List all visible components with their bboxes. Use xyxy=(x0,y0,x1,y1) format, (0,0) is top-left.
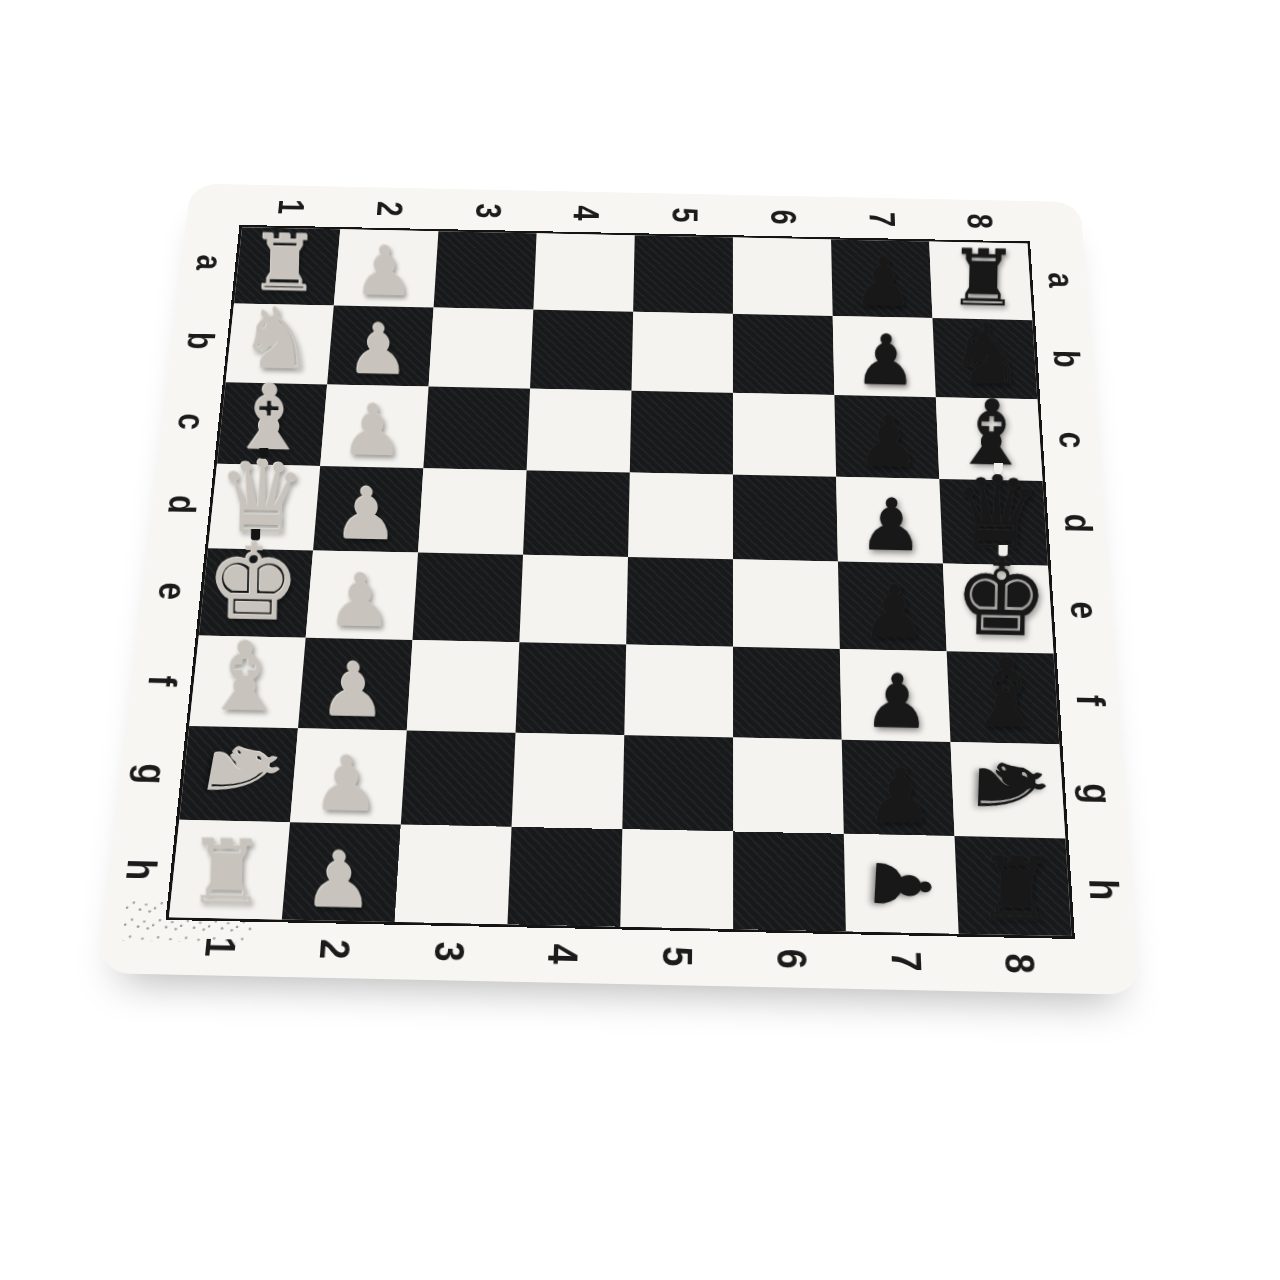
square-d5[interactable] xyxy=(628,472,733,559)
white-bishop-f1[interactable]: ♝ xyxy=(189,629,300,727)
square-g2[interactable]: ♟ xyxy=(290,728,407,824)
square-d6[interactable] xyxy=(733,475,838,562)
rank-label-3: 3 xyxy=(463,173,512,249)
square-h1[interactable]: ♜ xyxy=(169,820,290,920)
square-d4[interactable] xyxy=(523,470,630,557)
square-f4[interactable] xyxy=(516,642,627,735)
black-king-e8[interactable]: ♚ xyxy=(947,544,1056,652)
photo-scene: 12345678 12345678 abcdefgh abcdefgh ♜♟♟♜… xyxy=(0,0,1280,1280)
square-e4[interactable] xyxy=(519,555,628,645)
rank-label-7: 7 xyxy=(858,181,905,257)
board-grid: ♜♟♟♜♞♟♟♞♝♟♟♝♛♟♟♛♚♟♟♚♝♟♟♝♞♟♟♞♜♟♟♜ xyxy=(165,225,1074,939)
finial-tip xyxy=(250,525,259,540)
black-pawn-d7[interactable]: ♟ xyxy=(838,488,944,562)
square-e5[interactable] xyxy=(626,557,733,647)
black-rook-h8[interactable]: ♜ xyxy=(959,844,1074,934)
black-pawn-f7[interactable]: ♟ xyxy=(842,663,952,740)
black-pawn-e7[interactable]: ♟ xyxy=(840,574,948,649)
square-c3[interactable] xyxy=(423,387,530,471)
white-pawn-c2[interactable]: ♟ xyxy=(320,394,425,467)
square-g7[interactable]: ♟ xyxy=(842,740,955,836)
square-h7[interactable]: ♟ xyxy=(844,834,959,934)
black-pawn-c7[interactable]: ♟ xyxy=(836,404,941,477)
square-d3[interactable] xyxy=(418,468,527,555)
square-h6[interactable] xyxy=(733,831,846,931)
square-h2[interactable]: ♟ xyxy=(282,822,401,922)
square-d7[interactable]: ♟ xyxy=(836,477,943,564)
square-e2[interactable]: ♟ xyxy=(306,550,418,640)
white-pawn-d2[interactable]: ♟ xyxy=(313,477,419,551)
square-g4[interactable] xyxy=(512,733,625,829)
square-f3[interactable] xyxy=(407,640,520,733)
file-label-c: c xyxy=(1018,420,1124,460)
rank-label-4: 4 xyxy=(562,175,609,251)
square-g1[interactable]: ♞ xyxy=(179,726,298,822)
square-f8[interactable]: ♝ xyxy=(947,651,1060,744)
file-label-b: b xyxy=(1014,340,1118,378)
square-h8[interactable]: ♜ xyxy=(955,836,1072,936)
white-pawn-b2[interactable]: ♟ xyxy=(327,313,430,385)
square-b3[interactable] xyxy=(429,308,534,389)
finial-tip xyxy=(259,444,268,459)
square-e7[interactable]: ♟ xyxy=(838,561,947,651)
rank-label-5: 5 xyxy=(661,177,706,253)
square-f7[interactable]: ♟ xyxy=(840,649,951,742)
square-f6[interactable] xyxy=(733,647,842,740)
file-label-a: a xyxy=(1009,262,1111,299)
file-label-a: a xyxy=(156,244,260,281)
square-b4[interactable] xyxy=(530,310,633,391)
square-h3[interactable] xyxy=(395,825,512,925)
square-g8[interactable]: ♞ xyxy=(951,742,1066,838)
square-f1[interactable]: ♝ xyxy=(189,636,305,729)
square-c5[interactable] xyxy=(630,391,733,475)
square-b7[interactable]: ♟ xyxy=(833,316,936,397)
square-b2[interactable]: ♟ xyxy=(327,306,433,387)
square-c6[interactable] xyxy=(733,393,836,477)
square-f2[interactable]: ♟ xyxy=(298,638,412,731)
square-f5[interactable] xyxy=(624,645,733,738)
finial-tip xyxy=(993,459,1002,474)
square-h4[interactable] xyxy=(507,827,622,927)
rank-label-8: 8 xyxy=(955,183,1004,259)
rank-label-2: 2 xyxy=(364,171,414,247)
rank-label-6: 6 xyxy=(760,179,806,255)
square-b5[interactable] xyxy=(631,312,732,393)
white-pawn-f2[interactable]: ♟ xyxy=(298,652,408,729)
file-label-b: b xyxy=(146,321,251,359)
white-pawn-e2[interactable]: ♟ xyxy=(306,563,414,638)
black-pawn-h7[interactable]: ♟ xyxy=(861,834,942,938)
square-h5[interactable] xyxy=(620,829,733,929)
file-label-c: c xyxy=(136,402,243,441)
white-pawn-g2[interactable]: ♟ xyxy=(290,744,402,822)
finial-tip xyxy=(998,541,1007,556)
black-knight-g8[interactable]: ♞ xyxy=(962,736,1057,837)
square-g3[interactable] xyxy=(401,731,516,827)
rank-label-1: 1 xyxy=(265,169,317,245)
white-king-e1[interactable]: ♚ xyxy=(199,528,308,636)
square-c2[interactable]: ♟ xyxy=(320,384,428,468)
square-c4[interactable] xyxy=(527,389,632,473)
white-knight-g1[interactable]: ♞ xyxy=(188,720,296,821)
square-e6[interactable] xyxy=(733,559,840,649)
black-pawn-b7[interactable]: ♟ xyxy=(834,324,937,396)
white-pawn-h2[interactable]: ♟ xyxy=(282,840,396,920)
square-g6[interactable] xyxy=(733,737,844,833)
square-d2[interactable]: ♟ xyxy=(313,466,423,553)
chessboard-mat: 12345678 12345678 abcdefgh abcdefgh ♜♟♟♜… xyxy=(98,183,1141,994)
black-pawn-g7[interactable]: ♟ xyxy=(844,756,956,834)
square-c7[interactable]: ♟ xyxy=(834,395,939,479)
square-b6[interactable] xyxy=(733,314,834,395)
square-e3[interactable] xyxy=(413,553,524,643)
white-rook-h1[interactable]: ♜ xyxy=(169,827,284,917)
black-bishop-f8[interactable]: ♝ xyxy=(950,645,1061,743)
square-g5[interactable] xyxy=(622,735,733,831)
